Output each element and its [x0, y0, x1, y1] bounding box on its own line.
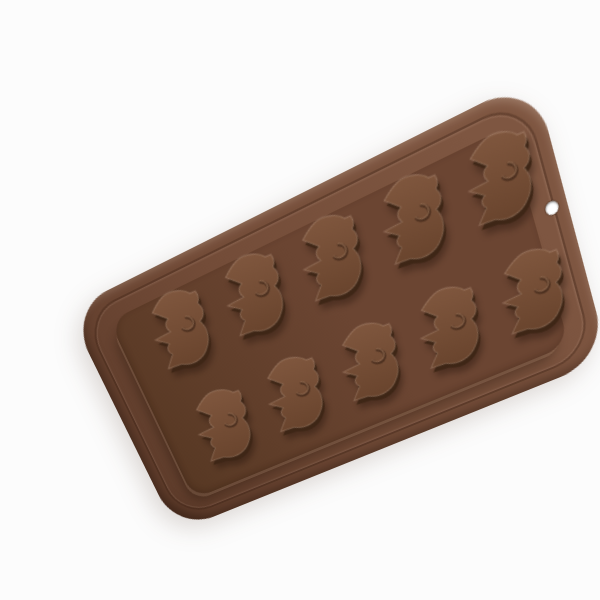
- mold-tray: [68, 77, 600, 531]
- bat-cavity: [218, 253, 289, 337]
- mold-tray-shadow-wrap: [40, 16, 560, 584]
- bat-cavity: [145, 290, 215, 371]
- product-photo: [40, 16, 560, 584]
- bat-cavity: [260, 357, 329, 434]
- bat-cavity: [490, 249, 577, 336]
- bat-cavity: [294, 215, 370, 303]
- bat-cavity: [456, 130, 545, 227]
- bat-cavity: [409, 287, 489, 370]
- bat-cavity: [333, 323, 408, 403]
- bat-cavity: [190, 389, 256, 463]
- bat-cavity: [373, 174, 455, 266]
